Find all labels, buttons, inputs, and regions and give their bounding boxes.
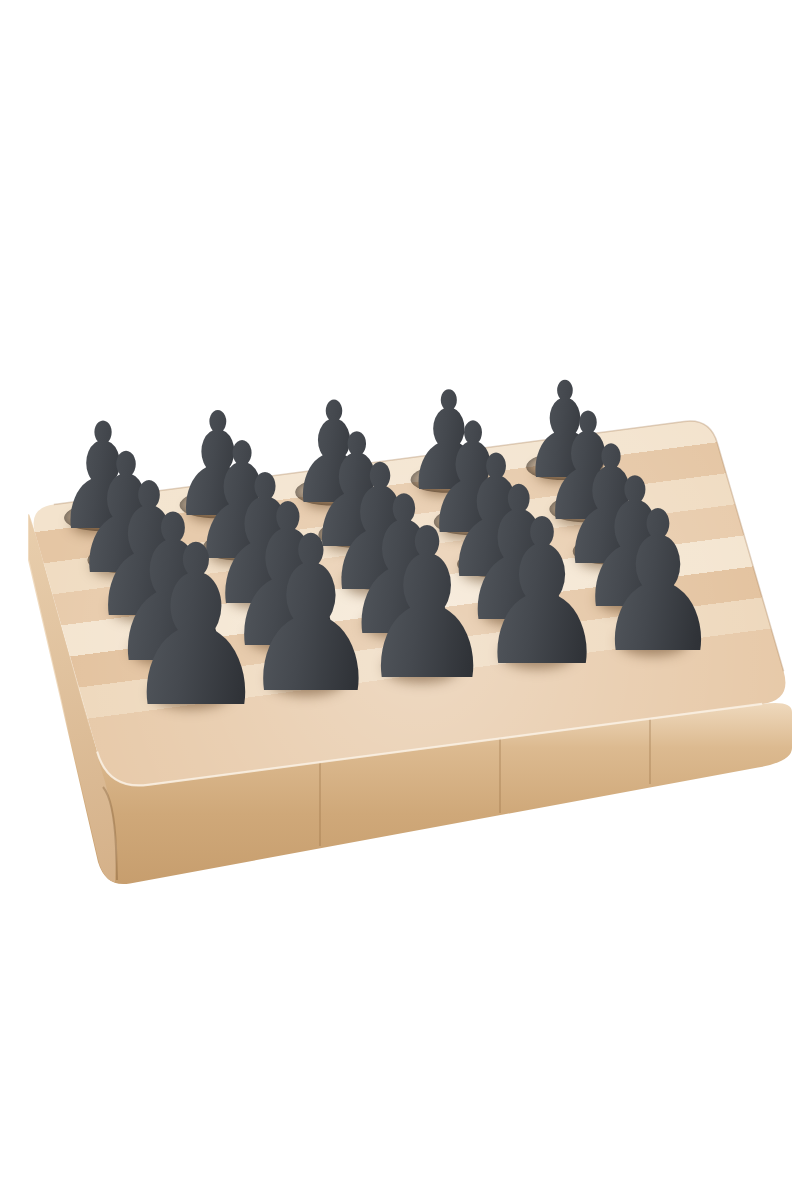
pawn-piece-glyph: ♟ (122, 516, 269, 738)
product-photo-stage: ♟♟♟♟♟♟♟♟♟♟♟♟♟♟♟♟♟♟♟♟♟♟♟♟♟ (0, 0, 800, 1200)
pawn-piece-glyph: ♟ (593, 486, 722, 680)
